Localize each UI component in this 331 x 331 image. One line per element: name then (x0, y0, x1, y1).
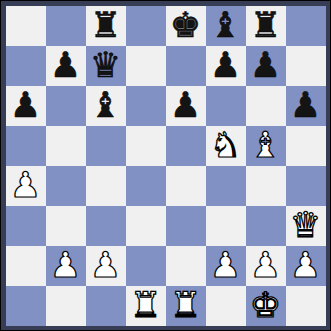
square-d8[interactable] (126, 6, 166, 46)
square-h3[interactable]: ♛ (286, 206, 326, 246)
piece-black-pawn[interactable]: ♟ (290, 86, 321, 125)
square-f8[interactable]: ♝ (206, 6, 246, 46)
piece-black-rook[interactable]: ♜ (90, 6, 121, 45)
square-d4[interactable] (126, 166, 166, 206)
square-a6[interactable]: ♟ (6, 86, 46, 126)
square-e1[interactable]: ♜ (166, 286, 206, 326)
square-c4[interactable] (86, 166, 126, 206)
square-e2[interactable] (166, 246, 206, 286)
piece-white-pawn[interactable]: ♟ (210, 246, 241, 285)
square-a3[interactable] (6, 206, 46, 246)
piece-black-queen[interactable]: ♛ (90, 46, 121, 85)
square-b3[interactable] (46, 206, 86, 246)
piece-white-knight[interactable]: ♞ (210, 126, 241, 165)
square-g8[interactable]: ♜ (246, 6, 286, 46)
piece-black-king[interactable]: ♚ (170, 6, 201, 45)
square-c8[interactable]: ♜ (86, 6, 126, 46)
square-g6[interactable] (246, 86, 286, 126)
square-d7[interactable] (126, 46, 166, 86)
square-g1[interactable]: ♚ (246, 286, 286, 326)
square-f4[interactable] (206, 166, 246, 206)
piece-white-king[interactable]: ♚ (250, 286, 281, 325)
square-b1[interactable] (46, 286, 86, 326)
piece-white-pawn[interactable]: ♟ (50, 246, 81, 285)
square-d6[interactable] (126, 86, 166, 126)
square-b6[interactable] (46, 86, 86, 126)
square-g5[interactable]: ♝ (246, 126, 286, 166)
piece-white-pawn[interactable]: ♟ (90, 246, 121, 285)
square-h4[interactable] (286, 166, 326, 206)
square-c6[interactable]: ♝ (86, 86, 126, 126)
square-e4[interactable] (166, 166, 206, 206)
square-a5[interactable] (6, 126, 46, 166)
square-e3[interactable] (166, 206, 206, 246)
piece-white-pawn[interactable]: ♟ (250, 246, 281, 285)
square-f3[interactable] (206, 206, 246, 246)
square-g4[interactable] (246, 166, 286, 206)
piece-black-pawn[interactable]: ♟ (50, 46, 81, 85)
square-c2[interactable]: ♟ (86, 246, 126, 286)
square-d3[interactable] (126, 206, 166, 246)
square-a1[interactable] (6, 286, 46, 326)
square-a8[interactable] (6, 6, 46, 46)
square-c3[interactable] (86, 206, 126, 246)
square-f7[interactable]: ♟ (206, 46, 246, 86)
square-b4[interactable] (46, 166, 86, 206)
square-e8[interactable]: ♚ (166, 6, 206, 46)
square-f6[interactable] (206, 86, 246, 126)
square-b7[interactable]: ♟ (46, 46, 86, 86)
square-g3[interactable] (246, 206, 286, 246)
square-f2[interactable]: ♟ (206, 246, 246, 286)
square-e7[interactable] (166, 46, 206, 86)
square-e6[interactable]: ♟ (166, 86, 206, 126)
piece-white-bishop[interactable]: ♝ (250, 126, 281, 165)
piece-black-bishop[interactable]: ♝ (90, 86, 121, 125)
square-g7[interactable]: ♟ (246, 46, 286, 86)
piece-white-rook[interactable]: ♜ (170, 286, 201, 325)
square-c7[interactable]: ♛ (86, 46, 126, 86)
square-d5[interactable] (126, 126, 166, 166)
piece-black-pawn[interactable]: ♟ (170, 86, 201, 125)
square-h2[interactable]: ♟ (286, 246, 326, 286)
square-a7[interactable] (6, 46, 46, 86)
piece-black-bishop[interactable]: ♝ (210, 6, 241, 45)
square-h1[interactable] (286, 286, 326, 326)
square-b8[interactable] (46, 6, 86, 46)
square-b5[interactable] (46, 126, 86, 166)
board-frame: ♜♚♝♜♟♛♟♟♟♝♟♟♞♝♟♛♟♟♟♟♟♜♜♚ (0, 0, 331, 331)
piece-black-pawn[interactable]: ♟ (210, 46, 241, 85)
square-d1[interactable]: ♜ (126, 286, 166, 326)
piece-white-rook[interactable]: ♜ (130, 286, 161, 325)
piece-white-queen[interactable]: ♛ (290, 206, 321, 245)
chess-board: ♜♚♝♜♟♛♟♟♟♝♟♟♞♝♟♛♟♟♟♟♟♜♜♚ (6, 6, 326, 326)
square-c5[interactable] (86, 126, 126, 166)
square-h7[interactable] (286, 46, 326, 86)
square-d2[interactable] (126, 246, 166, 286)
piece-black-pawn[interactable]: ♟ (250, 46, 281, 85)
square-a4[interactable]: ♟ (6, 166, 46, 206)
square-f5[interactable]: ♞ (206, 126, 246, 166)
square-e5[interactable] (166, 126, 206, 166)
piece-black-rook[interactable]: ♜ (250, 6, 281, 45)
square-f1[interactable] (206, 286, 246, 326)
square-a2[interactable] (6, 246, 46, 286)
square-h8[interactable] (286, 6, 326, 46)
square-h6[interactable]: ♟ (286, 86, 326, 126)
square-g2[interactable]: ♟ (246, 246, 286, 286)
square-h5[interactable] (286, 126, 326, 166)
piece-black-pawn[interactable]: ♟ (10, 86, 41, 125)
square-b2[interactable]: ♟ (46, 246, 86, 286)
square-c1[interactable] (86, 286, 126, 326)
piece-white-pawn[interactable]: ♟ (290, 246, 321, 285)
piece-white-pawn[interactable]: ♟ (10, 166, 41, 205)
